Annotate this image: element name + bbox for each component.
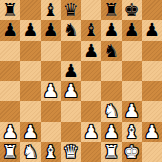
square-g7[interactable]: ♟ [122,20,142,40]
piece-white-rook[interactable]: ♜ [103,142,119,162]
square-b5[interactable] [20,61,40,81]
square-b2[interactable]: ♟ [20,122,40,142]
piece-black-rook[interactable]: ♜ [103,0,119,20]
square-d8[interactable]: ♛ [61,0,81,20]
piece-white-pawn[interactable]: ♟ [2,122,18,142]
square-a8[interactable]: ♜ [0,0,20,20]
square-a5[interactable] [0,61,20,81]
square-b7[interactable]: ♟ [20,20,40,40]
square-e7[interactable]: ♝ [81,20,101,40]
square-f4[interactable] [101,81,121,101]
square-e3[interactable] [81,101,101,121]
piece-white-pawn[interactable]: ♟ [83,122,99,142]
piece-black-pawn[interactable]: ♟ [43,20,59,40]
square-g5[interactable] [122,61,142,81]
square-b1[interactable]: ♞ [20,142,40,162]
piece-white-king[interactable]: ♚ [124,142,140,162]
piece-white-pawn[interactable]: ♟ [43,81,59,101]
square-h3[interactable] [142,101,162,121]
square-e6[interactable]: ♟ [81,41,101,61]
square-f8[interactable]: ♜ [101,0,121,20]
piece-black-pawn[interactable]: ♟ [22,20,38,40]
square-b8[interactable] [20,0,40,20]
square-c4[interactable]: ♟ [41,81,61,101]
piece-black-pawn[interactable]: ♟ [2,20,18,40]
piece-black-pawn[interactable]: ♟ [83,41,99,61]
square-a4[interactable] [0,81,20,101]
square-g6[interactable] [122,41,142,61]
square-e5[interactable] [81,61,101,81]
piece-white-queen[interactable]: ♛ [63,142,79,162]
square-g2[interactable]: ♝ [122,122,142,142]
piece-white-pawn[interactable]: ♟ [124,101,140,121]
piece-white-pawn[interactable]: ♟ [144,122,160,142]
piece-black-pawn[interactable]: ♟ [103,20,119,40]
square-b3[interactable] [20,101,40,121]
square-e1[interactable] [81,142,101,162]
square-d4[interactable]: ♟ [61,81,81,101]
piece-white-pawn[interactable]: ♟ [103,122,119,142]
chess-board: ♜♝♛♜♚♟♟♟♞♝♟♟♟♟♞♟♟♟♞♟♟♟♟♟♝♟♜♞♝♛♜♚ [0,0,162,162]
piece-black-rook[interactable]: ♜ [2,0,18,20]
square-g4[interactable] [122,81,142,101]
piece-black-queen[interactable]: ♛ [63,0,79,20]
square-a1[interactable]: ♜ [0,142,20,162]
square-h5[interactable] [142,61,162,81]
piece-white-pawn[interactable]: ♟ [63,81,79,101]
square-f2[interactable]: ♟ [101,122,121,142]
piece-black-pawn[interactable]: ♟ [124,20,140,40]
square-h4[interactable] [142,81,162,101]
square-c6[interactable] [41,41,61,61]
piece-white-rook[interactable]: ♜ [2,142,18,162]
square-d7[interactable]: ♞ [61,20,81,40]
square-h7[interactable]: ♟ [142,20,162,40]
square-d2[interactable] [61,122,81,142]
piece-white-pawn[interactable]: ♟ [22,122,38,142]
square-c7[interactable]: ♟ [41,20,61,40]
piece-white-bishop[interactable]: ♝ [43,142,59,162]
square-f1[interactable]: ♜ [101,142,121,162]
square-e2[interactable]: ♟ [81,122,101,142]
piece-black-bishop[interactable]: ♝ [83,20,99,40]
square-e8[interactable] [81,0,101,20]
square-f6[interactable]: ♞ [101,41,121,61]
square-h1[interactable] [142,142,162,162]
square-g3[interactable]: ♟ [122,101,142,121]
piece-black-bishop[interactable]: ♝ [43,0,59,20]
square-h2[interactable]: ♟ [142,122,162,142]
square-e4[interactable] [81,81,101,101]
piece-black-king[interactable]: ♚ [124,0,140,20]
square-a2[interactable]: ♟ [0,122,20,142]
square-d6[interactable] [61,41,81,61]
square-b6[interactable] [20,41,40,61]
piece-black-knight[interactable]: ♞ [103,41,119,61]
square-a6[interactable] [0,41,20,61]
square-c8[interactable]: ♝ [41,0,61,20]
square-g1[interactable]: ♚ [122,142,142,162]
square-b4[interactable] [20,81,40,101]
square-g8[interactable]: ♚ [122,0,142,20]
square-c5[interactable] [41,61,61,81]
square-d3[interactable] [61,101,81,121]
square-c1[interactable]: ♝ [41,142,61,162]
square-c3[interactable] [41,101,61,121]
square-f7[interactable]: ♟ [101,20,121,40]
piece-white-knight[interactable]: ♞ [103,101,119,121]
square-d5[interactable]: ♟ [61,61,81,81]
square-d1[interactable]: ♛ [61,142,81,162]
piece-white-bishop[interactable]: ♝ [124,122,140,142]
square-f5[interactable] [101,61,121,81]
piece-black-pawn[interactable]: ♟ [63,61,79,81]
square-a3[interactable] [0,101,20,121]
square-h8[interactable] [142,0,162,20]
square-c2[interactable] [41,122,61,142]
square-f3[interactable]: ♞ [101,101,121,121]
piece-white-knight[interactable]: ♞ [22,142,38,162]
piece-black-knight[interactable]: ♞ [63,20,79,40]
piece-black-pawn[interactable]: ♟ [144,20,160,40]
square-a7[interactable]: ♟ [0,20,20,40]
square-h6[interactable] [142,41,162,61]
